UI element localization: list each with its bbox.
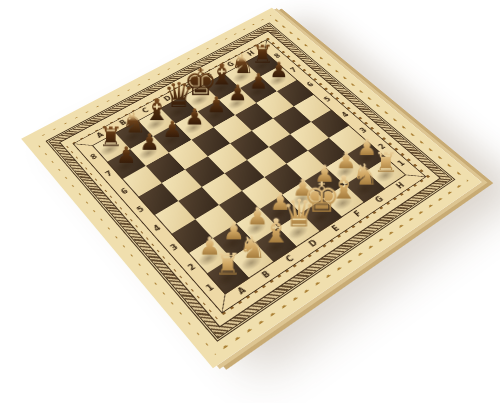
- inlay-line-outer2: ABCDEFGH8♜♞♝♛♚♝♞♜87♟♟♟♟♟♟♟♟7665544332♟♟♟…: [48, 24, 452, 339]
- coord-rank-4-kingside: 4: [331, 104, 358, 125]
- inlay-dot-border-inner: ABCDEFGH8♜♞♝♛♚♝♞♜87♟♟♟♟♟♟♟♟7665544332♟♟♟…: [63, 33, 436, 323]
- coord-file-c-white-side: C: [274, 247, 307, 272]
- coord-corner: [406, 169, 425, 183]
- pawn-glyph: ♟: [139, 131, 159, 154]
- board-outer-margin: ABCDEFGH8♜♞♝♛♚♝♞♜87♟♟♟♟♟♟♟♟7665544332♟♟♟…: [21, 8, 481, 369]
- playing-area: ABCDEFGH8♜♞♝♛♚♝♞♜87♟♟♟♟♟♟♟♟7665544332♟♟♟…: [74, 40, 425, 312]
- pawn-glyph: ♟: [269, 60, 288, 81]
- pawn-glyph: ♟: [249, 71, 268, 93]
- rook-glyph: ♜: [215, 249, 242, 279]
- pawn-glyph: ♟: [228, 82, 248, 104]
- inlay-line-inner: ABCDEFGH8♜♞♝♛♚♝♞♜87♟♟♟♟♟♟♟♟7665544332♟♟♟…: [73, 39, 427, 313]
- pawn-glyph: ♟: [162, 118, 182, 141]
- coord-file-a-white-side: A: [225, 278, 259, 304]
- chess-board: ABCDEFGH8♜♞♝♛♚♝♞♜87♟♟♟♟♟♟♟♟7665544332♟♟♟…: [21, 8, 481, 369]
- pawn-glyph: ♟: [116, 144, 137, 167]
- pawn-glyph: ♟: [185, 106, 205, 128]
- knight-glyph: ♞: [238, 232, 266, 264]
- photo-canvas: ABCDEFGH8♜♞♝♛♚♝♞♜87♟♟♟♟♟♟♟♟7665544332♟♟♟…: [0, 0, 500, 403]
- inlay-line-outer: ABCDEFGH8♜♞♝♛♚♝♞♜87♟♟♟♟♟♟♟♟7665544332♟♟♟…: [46, 22, 456, 341]
- pawn-glyph: ♟: [207, 94, 227, 116]
- inlay-dot-border-outer: ABCDEFGH8♜♞♝♛♚♝♞♜87♟♟♟♟♟♟♟♟7665544332♟♟♟…: [33, 15, 468, 355]
- square-a7[interactable]: ♟: [107, 149, 146, 179]
- inlay-line-mid: ABCDEFGH8♜♞♝♛♚♝♞♜87♟♟♟♟♟♟♟♟7665544332♟♟♟…: [59, 31, 441, 328]
- inlay-rope-border: ABCDEFGH8♜♞♝♛♚♝♞♜87♟♟♟♟♟♟♟♟7665544332♟♟♟…: [50, 25, 451, 337]
